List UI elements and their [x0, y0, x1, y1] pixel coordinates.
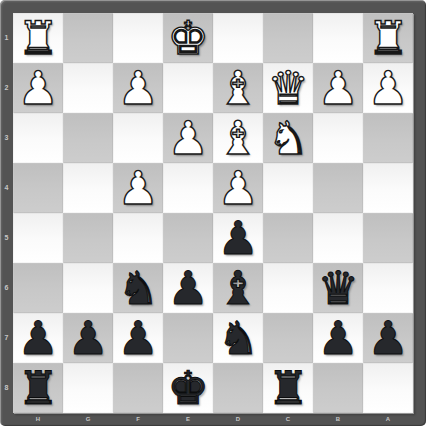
square-h8[interactable]: ♜ — [13, 363, 63, 413]
square-d7[interactable]: ♞ — [213, 313, 263, 363]
square-a7[interactable]: ♟ — [363, 313, 413, 363]
square-d1[interactable] — [213, 13, 263, 63]
piece-white-king-e1[interactable]: ♚ — [163, 13, 213, 63]
square-b2[interactable]: ♟ — [313, 63, 363, 113]
square-f4[interactable]: ♟ — [113, 163, 163, 213]
piece-white-rook-h1[interactable]: ♜ — [13, 13, 63, 63]
square-f2[interactable]: ♟ — [113, 63, 163, 113]
square-f8[interactable] — [113, 363, 163, 413]
piece-black-pawn-g7[interactable]: ♟ — [63, 313, 113, 363]
piece-black-pawn-h7[interactable]: ♟ — [13, 313, 63, 363]
piece-black-pawn-a7[interactable]: ♟ — [363, 313, 413, 363]
rank-label-4: 4 — [0, 163, 13, 213]
square-a4[interactable] — [363, 163, 413, 213]
square-d6[interactable]: ♝ — [213, 263, 263, 313]
square-c3[interactable]: ♞ — [263, 113, 313, 163]
file-label-c: C — [263, 413, 313, 426]
square-a6[interactable] — [363, 263, 413, 313]
square-b4[interactable] — [313, 163, 363, 213]
rank-label-3: 3 — [0, 113, 13, 163]
piece-white-pawn-h2[interactable]: ♟ — [13, 63, 63, 113]
square-a5[interactable] — [363, 213, 413, 263]
square-g6[interactable] — [63, 263, 113, 313]
square-g8[interactable] — [63, 363, 113, 413]
square-f1[interactable] — [113, 13, 163, 63]
rank-label-7: 7 — [0, 313, 13, 363]
piece-white-pawn-f2[interactable]: ♟ — [113, 63, 163, 113]
piece-black-bishop-d6[interactable]: ♝ — [213, 263, 263, 313]
square-c4[interactable] — [263, 163, 313, 213]
piece-black-queen-b6[interactable]: ♛ — [313, 263, 363, 313]
square-e4[interactable] — [163, 163, 213, 213]
piece-black-pawn-d5[interactable]: ♟ — [213, 213, 263, 263]
square-a1[interactable]: ♜ — [363, 13, 413, 63]
file-label-e: E — [163, 413, 213, 426]
rank-label-8: 8 — [0, 363, 13, 413]
square-f6[interactable]: ♞ — [113, 263, 163, 313]
piece-black-knight-f6[interactable]: ♞ — [113, 263, 163, 313]
rank-label-6: 6 — [0, 263, 13, 313]
file-label-h: H — [13, 413, 63, 426]
square-b6[interactable]: ♛ — [313, 263, 363, 313]
square-g2[interactable] — [63, 63, 113, 113]
square-c6[interactable] — [263, 263, 313, 313]
square-a3[interactable] — [363, 113, 413, 163]
file-label-g: G — [63, 413, 113, 426]
square-f3[interactable] — [113, 113, 163, 163]
piece-black-pawn-b7[interactable]: ♟ — [313, 313, 363, 363]
square-c7[interactable] — [263, 313, 313, 363]
piece-white-pawn-a2[interactable]: ♟ — [363, 63, 413, 113]
file-label-b: B — [313, 413, 363, 426]
square-g3[interactable] — [63, 113, 113, 163]
rank-label-5: 5 — [0, 213, 13, 263]
square-h3[interactable] — [13, 113, 63, 163]
piece-white-queen-c2[interactable]: ♛ — [263, 63, 313, 113]
piece-white-rook-a1[interactable]: ♜ — [363, 13, 413, 63]
square-c8[interactable]: ♜ — [263, 363, 313, 413]
square-b7[interactable]: ♟ — [313, 313, 363, 363]
square-d8[interactable] — [213, 363, 263, 413]
piece-white-knight-c3[interactable]: ♞ — [263, 113, 313, 163]
square-h2[interactable]: ♟ — [13, 63, 63, 113]
piece-white-bishop-d2[interactable]: ♝ — [213, 63, 263, 113]
square-b8[interactable] — [313, 363, 363, 413]
square-h4[interactable] — [13, 163, 63, 213]
piece-white-bishop-d3[interactable]: ♝ — [213, 113, 263, 163]
piece-white-pawn-f4[interactable]: ♟ — [113, 163, 163, 213]
square-e3[interactable]: ♟ — [163, 113, 213, 163]
square-e2[interactable] — [163, 63, 213, 113]
square-g5[interactable] — [63, 213, 113, 263]
piece-black-king-e8[interactable]: ♚ — [163, 363, 213, 413]
chess-board-frame: ♜♚♜♟♟♝♛♟♟♟♝♞♟♟♟♞♟♝♛♟♟♟♞♟♟♜♚♜ 12345678 HG… — [0, 0, 426, 426]
piece-black-rook-c8[interactable]: ♜ — [263, 363, 313, 413]
square-d2[interactable]: ♝ — [213, 63, 263, 113]
square-a8[interactable] — [363, 363, 413, 413]
square-d5[interactable]: ♟ — [213, 213, 263, 263]
square-f7[interactable]: ♟ — [113, 313, 163, 363]
square-f5[interactable] — [113, 213, 163, 263]
square-g4[interactable] — [63, 163, 113, 213]
piece-black-knight-d7[interactable]: ♞ — [213, 313, 263, 363]
piece-black-pawn-e6[interactable]: ♟ — [163, 263, 213, 313]
square-e6[interactable]: ♟ — [163, 263, 213, 313]
piece-white-pawn-e3[interactable]: ♟ — [163, 113, 213, 163]
square-h6[interactable] — [13, 263, 63, 313]
square-c5[interactable] — [263, 213, 313, 263]
chess-board: ♜♚♜♟♟♝♛♟♟♟♝♞♟♟♟♞♟♝♛♟♟♟♞♟♟♜♚♜ — [13, 13, 413, 413]
square-d3[interactable]: ♝ — [213, 113, 263, 163]
file-label-d: D — [213, 413, 263, 426]
square-g1[interactable] — [63, 13, 113, 63]
square-e1[interactable]: ♚ — [163, 13, 213, 63]
piece-white-pawn-b2[interactable]: ♟ — [313, 63, 363, 113]
square-b1[interactable] — [313, 13, 363, 63]
square-h1[interactable]: ♜ — [13, 13, 63, 63]
square-c1[interactable] — [263, 13, 313, 63]
square-h5[interactable] — [13, 213, 63, 263]
square-b5[interactable] — [313, 213, 363, 263]
square-e5[interactable] — [163, 213, 213, 263]
square-h7[interactable]: ♟ — [13, 313, 63, 363]
square-a2[interactable]: ♟ — [363, 63, 413, 113]
piece-black-rook-h8[interactable]: ♜ — [13, 363, 63, 413]
square-c2[interactable]: ♛ — [263, 63, 313, 113]
piece-white-pawn-d4[interactable]: ♟ — [213, 163, 263, 213]
square-e8[interactable]: ♚ — [163, 363, 213, 413]
rank-label-2: 2 — [0, 63, 13, 113]
square-g7[interactable]: ♟ — [63, 313, 113, 363]
square-d4[interactable]: ♟ — [213, 163, 263, 213]
file-label-a: A — [363, 413, 413, 426]
square-e7[interactable] — [163, 313, 213, 363]
file-label-f: F — [113, 413, 163, 426]
piece-black-pawn-f7[interactable]: ♟ — [113, 313, 163, 363]
square-b3[interactable] — [313, 113, 363, 163]
rank-label-1: 1 — [0, 13, 13, 63]
